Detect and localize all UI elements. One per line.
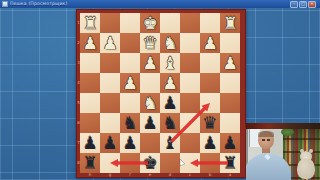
white-pawn[interactable]: ♟: [162, 73, 177, 93]
square-b7[interactable]: ♟: [200, 133, 220, 153]
black-rook[interactable]: ♜: [82, 153, 97, 173]
file-label-g: g: [100, 172, 120, 177]
desktop: Пешка (Просмотрщик) – □ ✕ ♜♚♜♟♟♛♞♟♟♝♟♟♟♞…: [0, 0, 320, 180]
square-b8[interactable]: [200, 153, 220, 173]
rank-label-7: 7: [77, 133, 80, 153]
black-pawn[interactable]: ♟: [222, 133, 237, 153]
rank-label-6: 6: [77, 113, 80, 133]
square-b6[interactable]: ♛: [200, 113, 220, 133]
white-pawn[interactable]: ♟: [122, 73, 137, 93]
square-d5[interactable]: ♟: [160, 93, 180, 113]
window-title: Пешка (Просмотрщик): [10, 0, 67, 8]
white-pawn[interactable]: ♟: [82, 33, 97, 53]
white-rook[interactable]: ♜: [222, 13, 237, 33]
square-a5[interactable]: [220, 93, 240, 113]
square-f3[interactable]: [120, 53, 140, 73]
square-c8[interactable]: [180, 153, 200, 173]
white-pawn[interactable]: ♟: [222, 53, 237, 73]
rank-label-4: 4: [77, 73, 80, 93]
plant: [281, 128, 294, 136]
file-label-a: a: [220, 172, 240, 177]
white-pawn[interactable]: ♟: [202, 33, 217, 53]
presenter-eyes: [262, 139, 270, 141]
square-e1[interactable]: ♚: [140, 13, 160, 33]
black-bishop[interactable]: ♝: [162, 133, 177, 153]
file-label-f: f: [120, 172, 140, 177]
webcam-top-shadow: [246, 123, 320, 129]
webcam-video: [246, 123, 320, 180]
square-f5[interactable]: [120, 93, 140, 113]
black-knight[interactable]: ♞: [162, 113, 177, 133]
square-f8[interactable]: [120, 153, 140, 173]
square-h1[interactable]: ♜: [80, 13, 100, 33]
app-icon: [2, 1, 8, 7]
square-a4[interactable]: [220, 73, 240, 93]
black-pawn[interactable]: ♟: [142, 113, 157, 133]
rank-label-1: 1: [77, 13, 80, 33]
square-b3[interactable]: [200, 53, 220, 73]
square-g3[interactable]: [100, 53, 120, 73]
black-pawn[interactable]: ♟: [102, 133, 117, 153]
black-pawn[interactable]: ♟: [162, 93, 177, 113]
black-pawn[interactable]: ♟: [122, 133, 137, 153]
square-d1[interactable]: [160, 13, 180, 33]
square-d7[interactable]: ♝: [160, 133, 180, 153]
white-bishop[interactable]: ♝: [162, 53, 177, 73]
minimize-button[interactable]: –: [290, 1, 298, 8]
file-label-b: b: [200, 172, 220, 177]
square-h7[interactable]: ♟: [80, 133, 100, 153]
black-knight[interactable]: ♞: [122, 113, 137, 133]
rank-label-5: 5: [77, 93, 80, 113]
presenter-hair: [258, 131, 274, 137]
square-g8[interactable]: [100, 153, 120, 173]
square-a3[interactable]: ♟: [220, 53, 240, 73]
square-c5[interactable]: [180, 93, 200, 113]
square-g6[interactable]: [100, 113, 120, 133]
square-g5[interactable]: [100, 93, 120, 113]
square-e4[interactable]: [140, 73, 160, 93]
square-e5[interactable]: ♞: [140, 93, 160, 113]
black-pawn[interactable]: ♟: [82, 133, 97, 153]
white-pawn[interactable]: ♟: [142, 53, 157, 73]
white-pawn[interactable]: ♟: [102, 33, 117, 53]
white-queen[interactable]: ♛: [142, 33, 157, 53]
square-d6[interactable]: ♞: [160, 113, 180, 133]
rank-label-3: 3: [77, 53, 80, 73]
chess-board[interactable]: ♜♚♜♟♟♛♞♟♟♝♟♟♟♞♟♞♟♞♛♟♟♟♝♟♟♜♚♜: [80, 13, 240, 173]
white-rook[interactable]: ♜: [82, 13, 97, 33]
square-a1[interactable]: ♜: [220, 13, 240, 33]
square-e8[interactable]: ♚: [140, 153, 160, 173]
square-d3[interactable]: ♝: [160, 53, 180, 73]
square-a8[interactable]: ♜: [220, 153, 240, 173]
close-button[interactable]: ✕: [308, 1, 316, 8]
black-pawn[interactable]: ♟: [202, 133, 217, 153]
window-titlebar: Пешка (Просмотрщик) – □ ✕: [0, 0, 320, 8]
file-label-d: d: [160, 172, 180, 177]
square-b2[interactable]: ♟: [200, 33, 220, 53]
square-c2[interactable]: [180, 33, 200, 53]
square-g4[interactable]: [100, 73, 120, 93]
black-queen[interactable]: ♛: [202, 113, 217, 133]
square-h3[interactable]: [80, 53, 100, 73]
window-controls: – □ ✕: [290, 1, 316, 8]
white-king[interactable]: ♚: [142, 13, 157, 33]
square-b5[interactable]: [200, 93, 220, 113]
square-f6[interactable]: ♞: [120, 113, 140, 133]
square-b4[interactable]: [200, 73, 220, 93]
square-d4[interactable]: ♟: [160, 73, 180, 93]
square-e2[interactable]: ♛: [140, 33, 160, 53]
square-e7[interactable]: [140, 133, 160, 153]
square-a2[interactable]: [220, 33, 240, 53]
square-d2[interactable]: ♞: [160, 33, 180, 53]
white-knight[interactable]: ♞: [142, 93, 157, 113]
square-c6[interactable]: [180, 113, 200, 133]
white-knight[interactable]: ♞: [162, 33, 177, 53]
black-king[interactable]: ♚: [142, 153, 157, 173]
square-c4[interactable]: [180, 73, 200, 93]
chess-board-frame: ♜♚♜♟♟♛♞♟♟♝♟♟♟♞♟♞♟♞♛♟♟♟♝♟♟♜♚♜ 12345678hgf…: [76, 9, 246, 178]
square-g1[interactable]: [100, 13, 120, 33]
square-h4[interactable]: [80, 73, 100, 93]
square-g2[interactable]: ♟: [100, 33, 120, 53]
square-e3[interactable]: ♟: [140, 53, 160, 73]
square-g7[interactable]: ♟: [100, 133, 120, 153]
square-c3[interactable]: [180, 53, 200, 73]
square-d8[interactable]: [160, 153, 180, 173]
square-c1[interactable]: [180, 13, 200, 33]
square-f2[interactable]: [120, 33, 140, 53]
square-h8[interactable]: ♜: [80, 153, 100, 173]
square-a6[interactable]: [220, 113, 240, 133]
square-e6[interactable]: ♟: [140, 113, 160, 133]
square-h6[interactable]: [80, 113, 100, 133]
square-a7[interactable]: ♟: [220, 133, 240, 153]
file-label-c: c: [180, 172, 200, 177]
teddy-bear: [297, 158, 315, 179]
square-f1[interactable]: [120, 13, 140, 33]
square-h5[interactable]: [80, 93, 100, 113]
square-h2[interactable]: ♟: [80, 33, 100, 53]
black-rook[interactable]: ♜: [222, 153, 237, 173]
file-label-h: h: [80, 172, 100, 177]
file-label-e: e: [140, 172, 160, 177]
square-b1[interactable]: [200, 13, 220, 33]
rank-label-8: 8: [77, 153, 80, 173]
rank-label-2: 2: [77, 33, 80, 53]
square-f4[interactable]: ♟: [120, 73, 140, 93]
square-c7[interactable]: [180, 133, 200, 153]
maximize-button[interactable]: □: [299, 1, 307, 8]
square-f7[interactable]: ♟: [120, 133, 140, 153]
